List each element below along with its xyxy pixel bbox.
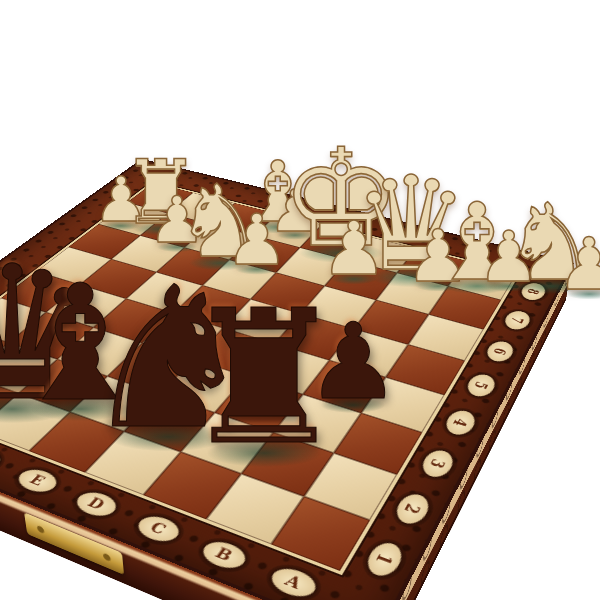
- file-medallion: C: [128, 509, 188, 548]
- file-medallion: B: [193, 534, 254, 575]
- file-medallion: F: [0, 441, 10, 474]
- rank-medallion: 8: [515, 279, 550, 303]
- rank-medallion: 4: [438, 405, 481, 439]
- rank-medallion: 3: [414, 445, 460, 483]
- rank-medallion: 6: [480, 337, 519, 365]
- rank-medallion: 5: [460, 370, 501, 401]
- file-medallion: E: [9, 463, 66, 498]
- rank-medallion: 2: [388, 488, 437, 530]
- chess-board: HGFEDCBA 87654321: [0, 159, 574, 600]
- photo-scene: HGFEDCBA 87654321: [0, 0, 600, 600]
- file-medallion: D: [67, 485, 126, 522]
- file-medallion: A: [262, 560, 324, 600]
- rank-medallion: 7: [499, 307, 536, 333]
- rank-medallion: 1: [358, 536, 410, 583]
